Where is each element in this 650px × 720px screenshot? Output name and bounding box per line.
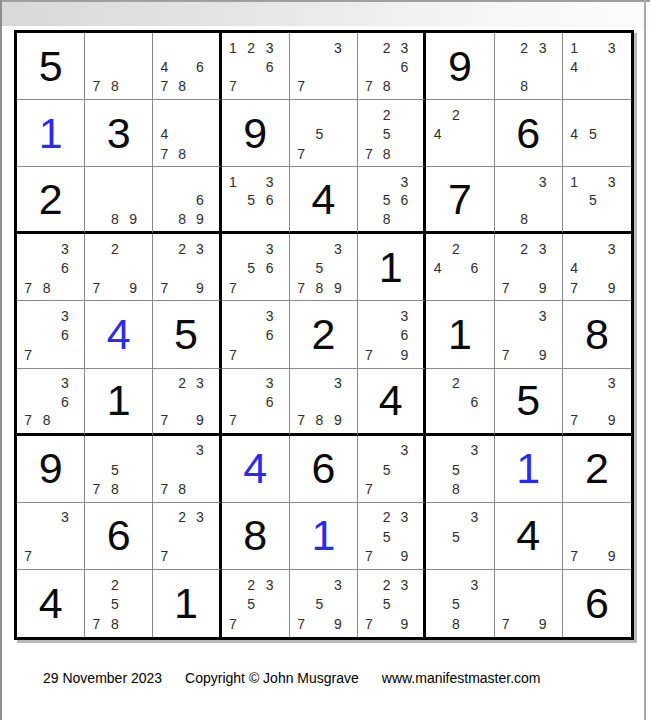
pencil-marks: 79 [565, 508, 621, 566]
candidate-digit: 7 [360, 614, 378, 634]
candidate-digit: 3 [533, 239, 551, 258]
candidate-digit: 9 [329, 614, 347, 634]
pencil-marks: 38 [497, 172, 552, 228]
candidate-digit: 7 [224, 345, 242, 364]
candidate-digit: 1 [565, 38, 584, 57]
given-digit: 9 [426, 33, 493, 99]
candidate-digit: 6 [396, 191, 414, 210]
candidate-digit: 8 [37, 411, 55, 430]
cell-r7c3[interactable]: 378 [153, 436, 221, 503]
pencil-marks: 379 [497, 306, 552, 364]
candidate-digit: 9 [329, 278, 347, 297]
cell-r3c1[interactable]: 2 [17, 167, 85, 234]
cell-r8c3[interactable]: 237 [153, 503, 221, 570]
candidate-digit: 3 [396, 172, 414, 191]
given-digit: 4 [495, 503, 562, 569]
pencil-marks: 2357 [224, 575, 279, 634]
given-digit: 4 [17, 570, 84, 637]
footer-copyright: Copyright © John Musgrave [185, 670, 359, 686]
candidate-digit: 3 [465, 441, 483, 460]
given-digit: 2 [563, 436, 631, 502]
cell-r8c4[interactable]: 8 [222, 503, 290, 570]
candidate-digit: 3 [533, 38, 551, 57]
candidate-digit: 8 [173, 144, 191, 163]
candidate-digit: 9 [191, 278, 209, 297]
candidate-digit: 6 [191, 57, 209, 76]
candidate-digit: 6 [56, 259, 74, 278]
cell-r5c8[interactable]: 379 [495, 301, 563, 368]
cell-r4c8[interactable]: 2379 [495, 234, 563, 301]
given-digit: 7 [426, 167, 493, 231]
cell-r6c7[interactable]: 26 [426, 369, 494, 436]
candidate-digit: 3 [602, 239, 621, 258]
given-digit: 8 [222, 503, 289, 569]
cell-r2c4[interactable]: 9 [222, 100, 290, 167]
candidate-digit: 8 [378, 77, 396, 96]
pencil-marks: 3678 [19, 239, 74, 297]
candidate-digit: 3 [260, 306, 278, 325]
cell-r6c2[interactable]: 1 [85, 369, 153, 436]
pencil-marks: 24 [428, 105, 483, 163]
pencil-marks: 23579 [360, 508, 413, 566]
candidate-digit: 7 [497, 278, 515, 297]
candidate-digit: 2 [515, 239, 533, 258]
candidate-digit: 3 [465, 508, 483, 527]
given-digit: 1 [153, 570, 218, 637]
candidate-digit: 9 [396, 547, 414, 566]
candidate-digit: 6 [260, 191, 278, 210]
candidate-digit: 3 [533, 306, 551, 325]
candidate-digit: 5 [106, 595, 124, 615]
candidate-digit: 5 [242, 191, 260, 210]
candidate-digit: 4 [155, 124, 173, 143]
candidate-digit: 1 [224, 172, 242, 191]
candidate-digit: 5 [310, 259, 328, 278]
cell-r1c6[interactable]: 23678 [358, 33, 426, 100]
pencil-marks: 2379 [155, 239, 208, 297]
candidate-digit: 2 [242, 38, 260, 57]
pencil-marks: 4678 [155, 38, 208, 96]
candidate-digit: 7 [360, 345, 378, 364]
candidate-digit: 3 [56, 374, 74, 393]
candidate-digit: 4 [155, 57, 173, 76]
cell-r3c2[interactable]: 89 [85, 167, 153, 234]
entered-digit: 1 [495, 436, 562, 502]
candidate-digit: 2 [515, 38, 533, 57]
cell-r6c9[interactable]: 379 [563, 369, 631, 436]
given-digit: 5 [153, 301, 218, 367]
cell-r5c3[interactable]: 5 [153, 301, 221, 368]
candidate-digit: 6 [396, 326, 414, 345]
candidate-digit: 2 [378, 508, 396, 527]
cell-r4c7[interactable]: 246 [426, 234, 494, 301]
cell-r4c9[interactable]: 3479 [563, 234, 631, 301]
candidate-digit: 2 [447, 105, 465, 124]
cell-r5c9[interactable]: 8 [563, 301, 631, 368]
given-digit: 4 [358, 369, 423, 433]
cell-r6c6[interactable]: 4 [358, 369, 426, 436]
candidate-digit: 8 [106, 614, 124, 634]
candidate-digit: 9 [533, 345, 551, 364]
candidate-digit: 7 [565, 278, 584, 297]
entered-digit: 4 [85, 301, 152, 367]
cell-r9c5[interactable]: 3579 [290, 570, 358, 637]
candidate-digit: 7 [360, 479, 378, 498]
candidate-digit: 3 [602, 374, 621, 393]
cell-r5c4[interactable]: 367 [222, 301, 290, 368]
given-digit: 5 [495, 369, 562, 433]
candidate-digit: 9 [329, 411, 347, 430]
cell-r7c7[interactable]: 358 [426, 436, 494, 503]
cell-r3c6[interactable]: 3568 [358, 167, 426, 234]
candidate-digit: 1 [565, 172, 584, 191]
pencil-marks: 79 [497, 575, 552, 634]
candidate-digit: 7 [19, 411, 37, 430]
cell-r2c3[interactable]: 478 [153, 100, 221, 167]
candidate-digit: 2 [447, 239, 465, 258]
candidate-digit: 8 [515, 210, 533, 229]
pencil-marks: 279 [87, 239, 142, 297]
cell-r1c3[interactable]: 4678 [153, 33, 221, 100]
candidate-digit: 7 [155, 411, 173, 430]
candidate-digit: 5 [242, 595, 260, 615]
candidate-digit: 7 [19, 278, 37, 297]
cell-r3c8[interactable]: 38 [495, 167, 563, 234]
candidate-digit: 8 [106, 210, 124, 229]
cell-r3c4[interactable]: 1356 [222, 167, 290, 234]
page-right-edge [644, 0, 646, 720]
pencil-marks: 3568 [360, 172, 413, 228]
cell-r2c9[interactable]: 45 [563, 100, 631, 167]
pencil-marks: 367 [224, 374, 279, 430]
candidate-digit: 4 [428, 124, 446, 143]
candidate-digit: 9 [602, 547, 621, 566]
candidate-digit: 3 [56, 508, 74, 527]
cell-r7c2[interactable]: 578 [85, 436, 153, 503]
candidate-digit: 5 [310, 595, 328, 615]
cell-r9c9[interactable]: 6 [563, 570, 631, 637]
candidate-digit: 2 [378, 38, 396, 57]
cell-r1c2[interactable]: 78 [85, 33, 153, 100]
candidate-digit: 6 [260, 259, 278, 278]
cell-r3c7[interactable]: 7 [426, 167, 494, 234]
cell-r2c2[interactable]: 3 [85, 100, 153, 167]
pencil-marks: 23678 [360, 38, 413, 96]
candidate-digit: 2 [447, 374, 465, 393]
window-top-bar [0, 0, 650, 26]
candidate-digit: 2 [378, 575, 396, 595]
cell-r9c4[interactable]: 2357 [222, 570, 290, 637]
candidate-digit: 7 [292, 77, 310, 96]
candidate-digit: 7 [360, 77, 378, 96]
given-digit: 9 [17, 436, 84, 502]
candidate-digit: 8 [310, 278, 328, 297]
candidate-digit: 3 [396, 306, 414, 325]
cell-r3c3[interactable]: 689 [153, 167, 221, 234]
pencil-marks: 134 [565, 38, 621, 96]
candidate-digit: 3 [260, 374, 278, 393]
candidate-digit: 8 [310, 411, 328, 430]
pencil-marks: 2578 [360, 105, 413, 163]
candidate-digit: 7 [155, 144, 173, 163]
pencil-marks: 23579 [360, 575, 413, 634]
given-digit: 3 [85, 100, 152, 166]
pencil-marks: 3579 [292, 575, 347, 634]
pencil-marks: 237 [155, 508, 208, 566]
given-digit: 4 [290, 167, 357, 231]
candidate-digit: 3 [533, 172, 551, 191]
candidate-digit: 9 [124, 210, 142, 229]
cell-r8c8[interactable]: 4 [495, 503, 563, 570]
candidate-digit: 7 [565, 547, 584, 566]
candidate-digit: 8 [447, 614, 465, 634]
cell-r8c9[interactable]: 79 [563, 503, 631, 570]
given-digit: 8 [563, 301, 631, 367]
cell-r5c2[interactable]: 4 [85, 301, 153, 368]
candidate-digit: 9 [396, 614, 414, 634]
candidate-digit: 1 [224, 38, 242, 57]
candidate-digit: 3 [191, 441, 209, 460]
cell-r8c5[interactable]: 1 [290, 503, 358, 570]
cell-r7c6[interactable]: 357 [358, 436, 426, 503]
given-digit: 6 [495, 100, 562, 166]
pencil-marks: 358 [428, 575, 483, 634]
candidate-digit: 3 [191, 374, 209, 393]
pencil-marks: 26 [428, 374, 483, 430]
candidate-digit: 7 [155, 547, 173, 566]
cell-r1c9[interactable]: 134 [563, 33, 631, 100]
cell-r6c5[interactable]: 3789 [290, 369, 358, 436]
cell-r2c8[interactable]: 6 [495, 100, 563, 167]
cell-r6c8[interactable]: 5 [495, 369, 563, 436]
candidate-digit: 5 [378, 527, 396, 546]
pencil-marks: 578 [87, 441, 142, 499]
sudoku-board: 5784678123673723678923813413478957257824… [14, 30, 634, 640]
candidate-digit: 7 [224, 614, 242, 634]
candidate-digit: 2 [106, 575, 124, 595]
pencil-marks: 357 [360, 441, 413, 499]
candidate-digit: 7 [360, 144, 378, 163]
cell-r1c7[interactable]: 9 [426, 33, 494, 100]
candidate-digit: 7 [292, 144, 310, 163]
cell-r7c1[interactable]: 9 [17, 436, 85, 503]
pencil-marks: 358 [428, 441, 483, 499]
cell-r5c7[interactable]: 1 [426, 301, 494, 368]
cell-r1c1[interactable]: 5 [17, 33, 85, 100]
cell-r4c1[interactable]: 3678 [17, 234, 85, 301]
candidate-digit: 8 [515, 77, 533, 96]
candidate-digit: 3 [396, 441, 414, 460]
cell-r3c9[interactable]: 135 [563, 167, 631, 234]
candidate-digit: 3 [602, 38, 621, 57]
pencil-marks: 3789 [292, 374, 347, 430]
cell-r1c5[interactable]: 37 [290, 33, 358, 100]
candidate-digit: 7 [87, 479, 105, 498]
candidate-digit: 3 [260, 38, 278, 57]
cell-r8c2[interactable]: 6 [85, 503, 153, 570]
candidate-digit: 5 [378, 595, 396, 615]
footer-date: 29 November 2023 [43, 670, 162, 686]
cell-r8c1[interactable]: 37 [17, 503, 85, 570]
pencil-marks: 3679 [360, 306, 413, 364]
candidate-digit: 7 [155, 278, 173, 297]
pencil-marks: 1356 [224, 172, 279, 228]
candidate-digit: 8 [173, 77, 191, 96]
cell-r4c2[interactable]: 279 [85, 234, 153, 301]
candidate-digit: 5 [584, 124, 603, 143]
pencil-marks: 689 [155, 172, 208, 228]
pencil-marks: 37 [292, 38, 347, 96]
candidate-digit: 3 [329, 575, 347, 595]
cell-r9c1[interactable]: 4 [17, 570, 85, 637]
candidate-digit: 4 [565, 57, 584, 76]
candidate-digit: 4 [428, 259, 446, 278]
candidate-digit: 3 [191, 508, 209, 527]
cell-r8c7[interactable]: 35 [426, 503, 494, 570]
cell-r9c2[interactable]: 2578 [85, 570, 153, 637]
cell-r1c4[interactable]: 12367 [222, 33, 290, 100]
cell-r9c6[interactable]: 23579 [358, 570, 426, 637]
candidate-digit: 7 [292, 278, 310, 297]
cell-r7c9[interactable]: 2 [563, 436, 631, 503]
candidate-digit: 3 [396, 575, 414, 595]
pencil-marks: 379 [565, 374, 621, 430]
pencil-marks: 367 [19, 306, 74, 364]
given-digit: 6 [290, 436, 357, 502]
candidate-digit: 6 [260, 326, 278, 345]
pencil-marks: 35789 [292, 239, 347, 297]
cell-r9c8[interactable]: 79 [495, 570, 563, 637]
pencil-marks: 3479 [565, 239, 621, 297]
cell-r4c3[interactable]: 2379 [153, 234, 221, 301]
cell-r5c6[interactable]: 3679 [358, 301, 426, 368]
candidate-digit: 2 [173, 239, 191, 258]
candidate-digit: 8 [37, 278, 55, 297]
candidate-digit: 8 [378, 144, 396, 163]
candidate-digit: 6 [396, 57, 414, 76]
cell-r7c8[interactable]: 1 [495, 436, 563, 503]
candidate-digit: 9 [602, 278, 621, 297]
pencil-marks: 57 [292, 105, 347, 163]
pencil-marks: 135 [565, 172, 621, 228]
candidate-digit: 5 [310, 124, 328, 143]
candidate-digit: 6 [260, 392, 278, 411]
cell-r7c4[interactable]: 4 [222, 436, 290, 503]
given-digit: 2 [17, 167, 84, 231]
cell-r6c1[interactable]: 3678 [17, 369, 85, 436]
candidate-digit: 7 [497, 614, 515, 634]
candidate-digit: 7 [155, 77, 173, 96]
cell-r4c5[interactable]: 35789 [290, 234, 358, 301]
candidate-digit: 3 [260, 575, 278, 595]
candidate-digit: 8 [447, 479, 465, 498]
candidate-digit: 7 [87, 278, 105, 297]
cell-r4c6[interactable]: 1 [358, 234, 426, 301]
cell-r2c5[interactable]: 57 [290, 100, 358, 167]
candidate-digit: 3 [329, 374, 347, 393]
candidate-digit: 7 [224, 278, 242, 297]
pencil-marks: 12367 [224, 38, 279, 96]
given-digit: 6 [85, 503, 152, 569]
candidate-digit: 2 [173, 508, 191, 527]
candidate-digit: 5 [447, 460, 465, 479]
candidate-digit: 8 [173, 479, 191, 498]
candidate-digit: 2 [173, 374, 191, 393]
candidate-digit: 5 [584, 191, 603, 210]
pencil-marks: 367 [224, 306, 279, 364]
entered-digit: 1 [290, 503, 357, 569]
candidate-digit: 7 [155, 479, 173, 498]
cell-r3c5[interactable]: 4 [290, 167, 358, 234]
candidate-digit: 4 [565, 259, 584, 278]
candidate-digit: 8 [173, 210, 191, 229]
candidate-digit: 3 [56, 239, 74, 258]
candidate-digit: 9 [602, 411, 621, 430]
cell-r6c3[interactable]: 2379 [153, 369, 221, 436]
cell-r9c7[interactable]: 358 [426, 570, 494, 637]
given-digit: 6 [563, 570, 631, 637]
candidate-digit: 7 [292, 614, 310, 634]
cell-r1c8[interactable]: 238 [495, 33, 563, 100]
pencil-marks: 78 [87, 38, 142, 96]
candidate-digit: 7 [565, 411, 584, 430]
given-digit: 9 [222, 100, 289, 166]
given-digit: 2 [290, 301, 357, 367]
pencil-marks: 3678 [19, 374, 74, 430]
candidate-digit: 7 [292, 411, 310, 430]
candidate-digit: 7 [87, 77, 105, 96]
given-digit: 5 [17, 33, 84, 99]
candidate-digit: 7 [497, 345, 515, 364]
candidate-digit: 6 [56, 392, 74, 411]
cell-r2c6[interactable]: 2578 [358, 100, 426, 167]
candidate-digit: 6 [260, 57, 278, 76]
pencil-marks: 45 [565, 105, 621, 163]
candidate-digit: 3 [396, 38, 414, 57]
candidate-digit: 6 [56, 326, 74, 345]
candidate-digit: 7 [224, 77, 242, 96]
candidate-digit: 3 [191, 239, 209, 258]
cell-r4c4[interactable]: 3567 [222, 234, 290, 301]
cell-r9c3[interactable]: 1 [153, 570, 221, 637]
cell-r2c1[interactable]: 1 [17, 100, 85, 167]
candidate-digit: 9 [124, 278, 142, 297]
entered-digit: 4 [222, 436, 289, 502]
page-left-edge [0, 0, 2, 720]
given-digit: 1 [85, 369, 152, 433]
candidate-digit: 7 [360, 547, 378, 566]
candidate-digit: 9 [533, 614, 551, 634]
candidate-digit: 3 [56, 306, 74, 325]
pencil-marks: 37 [19, 508, 74, 566]
candidate-digit: 5 [378, 124, 396, 143]
cell-r6c4[interactable]: 367 [222, 369, 290, 436]
cell-r5c1[interactable]: 367 [17, 301, 85, 368]
candidate-digit: 5 [447, 595, 465, 615]
cell-r2c7[interactable]: 24 [426, 100, 494, 167]
candidate-digit: 2 [378, 105, 396, 124]
given-digit: 1 [358, 234, 423, 300]
candidate-digit: 9 [533, 278, 551, 297]
candidate-digit: 3 [396, 508, 414, 527]
pencil-marks: 89 [87, 172, 142, 228]
candidate-digit: 3 [602, 172, 621, 191]
cell-r7c5[interactable]: 6 [290, 436, 358, 503]
cell-r8c6[interactable]: 23579 [358, 503, 426, 570]
cell-r5c5[interactable]: 2 [290, 301, 358, 368]
candidate-digit: 3 [465, 575, 483, 595]
candidate-digit: 7 [19, 345, 37, 364]
